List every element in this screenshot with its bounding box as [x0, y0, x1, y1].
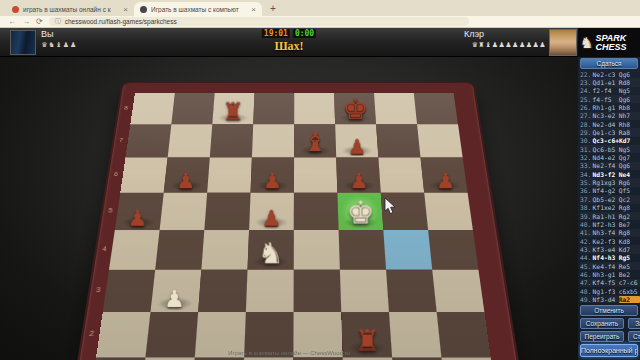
square-g6[interactable] — [378, 158, 424, 193]
white-move: Qe1-c3 — [593, 129, 619, 136]
black-move: Kd7 — [619, 246, 640, 253]
move-row-22[interactable]: 22.Ne2-c3Qg6 — [580, 70, 640, 78]
red-pawn-h6: ♟ — [424, 170, 467, 191]
load-button[interactable]: Загрузить — [628, 318, 640, 329]
address-bar: ← → ⟳ ⓘ chesswood.ru/flash-games/sparkch… — [0, 16, 640, 28]
white-move: Nc3-e2 — [593, 112, 619, 119]
move-number: 22. — [580, 71, 593, 78]
rank-label-8: 8 — [120, 105, 132, 110]
square-e5[interactable] — [294, 193, 339, 230]
black-move: Rg2 — [619, 213, 640, 220]
red-pawn-a5: ♟ — [115, 207, 160, 229]
move-number: 35. — [580, 179, 593, 186]
red-rook-c8: ♜ — [212, 99, 253, 123]
square-c7[interactable] — [210, 124, 253, 157]
move-number: 48. — [580, 288, 593, 295]
tab-1-favicon — [12, 6, 19, 13]
tab-strip: играть в шахматы онлайн с к × Играть в ш… — [0, 0, 640, 16]
square-f4[interactable] — [339, 230, 386, 270]
move-row-43[interactable]: 43.Kf3-e4Kd7 — [580, 245, 640, 253]
black-move: Rd8 — [619, 79, 640, 86]
square-h6[interactable]: ♟ — [421, 158, 468, 193]
black-move: c6xb5 — [619, 288, 640, 295]
square-e3[interactable] — [294, 270, 342, 312]
square-d6[interactable]: ♟ — [251, 158, 295, 193]
white-move: Ke2-f3 — [593, 238, 619, 245]
square-g4[interactable] — [383, 230, 432, 270]
black-move: Rb8 — [619, 104, 640, 111]
tab-2-close-icon[interactable]: × — [251, 5, 256, 14]
move-number: 28. — [580, 121, 593, 128]
move-number: 34. — [580, 171, 593, 178]
avatar-opponent — [549, 29, 577, 56]
square-e4[interactable] — [294, 230, 340, 270]
square-a4[interactable] — [109, 230, 160, 270]
square-c4[interactable] — [201, 230, 249, 270]
black-move: Kd7 — [619, 137, 640, 144]
back-icon[interactable]: ← — [8, 18, 16, 26]
move-row-30[interactable]: 30.Qc3-c6+Kd7 — [580, 137, 640, 145]
square-f5[interactable]: ♚ — [337, 193, 383, 230]
square-b7[interactable] — [168, 124, 213, 157]
white-move: Nh3-f4 — [593, 229, 619, 236]
right-column: ♞ SPARKCHESS Сдаться 22.Ne2-c3Qg623.Qd1-… — [578, 28, 640, 360]
move-row-26[interactable]: 26.Rh1-g1Rb8 — [580, 103, 640, 111]
move-row-31[interactable]: 31.Qc6-b5Ng5 — [580, 145, 640, 153]
move-row-39[interactable]: 39.Ra1-h1Rg2 — [580, 212, 640, 220]
resign-button[interactable]: Сдаться — [580, 58, 638, 69]
square-g8[interactable] — [374, 93, 417, 124]
avatar-you — [10, 30, 36, 55]
black-move: Ng5 — [619, 146, 640, 153]
move-number: 30. — [580, 137, 592, 144]
move-number: 31. — [580, 146, 593, 153]
move-row-42[interactable]: 42.Ke2-f3Kd8 — [580, 237, 640, 245]
footer-text: Играть в шахматы онлайн — ChessWood.ru — [0, 350, 578, 356]
tab-1-close-icon[interactable]: × — [123, 5, 128, 14]
square-h7[interactable] — [417, 124, 463, 157]
square-c8[interactable]: ♜ — [212, 93, 254, 124]
black-move: c7-c6 — [619, 279, 640, 286]
move-number: 43. — [580, 246, 593, 253]
black-move: Rh8 — [619, 121, 640, 128]
move-row-41[interactable]: 41.Nh3-f4Rg8 — [580, 229, 640, 237]
move-row-23[interactable]: 23.Qd1-e1Rd8 — [580, 78, 640, 86]
move-number: 45. — [580, 263, 593, 270]
rank-label-3: 3 — [91, 286, 105, 293]
red-pawn-f6: ♟ — [337, 170, 380, 191]
player-you-name: Вы — [41, 29, 53, 39]
white-move: Ng1-f3 — [593, 288, 619, 295]
logo-text: SPARKCHESS — [595, 34, 626, 52]
white-king-f5: ♚ — [338, 198, 383, 229]
move-number: 37. — [580, 196, 593, 203]
move-number: 26. — [580, 104, 593, 111]
captured-by-you: ♛♞♝♟♟ — [41, 41, 77, 49]
square-e7[interactable]: ♝ — [294, 124, 336, 157]
move-row-25[interactable]: 25.f4-f5Qg6 — [580, 95, 640, 103]
browser-window: играть в шахматы онлайн с к × Играть в ш… — [0, 0, 640, 360]
move-number: 25. — [580, 96, 593, 103]
red-pawn-b6: ♟ — [164, 170, 207, 191]
move-row-45[interactable]: 45.Ke4-f4Re5 — [580, 262, 640, 270]
square-d7[interactable] — [252, 124, 294, 157]
white-move: Nd3-f2 — [593, 171, 619, 178]
red-pawn-f7: ♟ — [336, 136, 378, 157]
url-field[interactable]: ⓘ chesswood.ru/flash-games/sparkchess — [49, 17, 469, 26]
white-move: f2-f4 — [593, 87, 619, 94]
game-clock: 19:01 0:00 — [262, 29, 316, 38]
move-number: 39. — [580, 213, 593, 220]
black-move: Ra2 — [619, 296, 640, 303]
move-row-37[interactable]: 37.Qb5-e2Qc2 — [580, 195, 640, 203]
white-move: Qb5-e2 — [593, 196, 619, 203]
white-move: Rh1-g1 — [593, 104, 619, 111]
square-f6[interactable]: ♟ — [336, 158, 381, 193]
move-number: 32. — [580, 154, 593, 161]
page-content: Вы ♛♞♝♟♟ Клэр ♛♜♝♟♟♟♟♟♟♟♟ 19:01 0:00 Шах… — [0, 28, 640, 360]
square-e6[interactable] — [294, 158, 337, 193]
board-3d-wrapper: ♜♚♝♟♟♟♟♟♟♟♚♞♟♜♜ 8a7b6c5d4e3f2g1h — [88, 52, 508, 360]
square-d4[interactable]: ♞ — [248, 230, 294, 270]
stats-button[interactable]: Статистика — [628, 331, 640, 342]
move-row-38[interactable]: 38.Kf1xe2Rg8 — [580, 204, 640, 212]
board-grid: ♜♚♝♟♟♟♟♟♟♟♚♞♟♜♜ — [89, 93, 498, 360]
move-number: 47. — [580, 279, 593, 286]
white-move: Rg1xg3 — [593, 179, 619, 186]
white-move: Ne2-f4 — [593, 162, 619, 169]
replay-button[interactable]: Переиграть — [580, 331, 624, 342]
new-tab-button[interactable]: + — [270, 3, 276, 14]
fullscreen-button[interactable]: Полноэкранный режим — [580, 344, 638, 357]
white-move: Kf1xe2 — [593, 204, 619, 211]
square-d5[interactable]: ♟ — [249, 193, 294, 230]
rank-label-4: 4 — [98, 245, 112, 251]
white-move: Qd1-e1 — [593, 79, 619, 86]
square-f3[interactable] — [340, 270, 389, 312]
move-row-34[interactable]: 34.Nd3-f2Ne4 — [580, 170, 640, 178]
sparkchess-logo: ♞ SPARKCHESS — [578, 28, 640, 57]
site-info-icon[interactable]: ⓘ — [55, 17, 61, 26]
move-row-47[interactable]: 47.Kf4-f5c7-c6 — [580, 279, 640, 287]
save-button[interactable]: Сохранить — [580, 318, 624, 329]
white-move: Nf3-d4 — [593, 296, 619, 303]
mouse-cursor — [384, 198, 396, 215]
move-number: 24. — [580, 87, 593, 94]
move-row-49[interactable]: 49.Nf3-d4Ra2 — [580, 295, 640, 303]
move-row-29[interactable]: 29.Qe1-c3Ra8 — [580, 128, 640, 136]
black-move: Ne4 — [619, 171, 640, 178]
game-area: Вы ♛♞♝♟♟ Клэр ♛♜♝♟♟♟♟♟♟♟♟ 19:01 0:00 Шах… — [0, 28, 578, 360]
tab-1-title: играть в шахматы онлайн с к — [23, 6, 119, 13]
move-number: 49. — [580, 296, 593, 303]
square-h3[interactable] — [432, 270, 484, 312]
tab-2[interactable]: Играть в шахматы с компьют × — [134, 2, 262, 16]
square-g3[interactable] — [386, 270, 437, 312]
black-move: Ra8 — [619, 129, 640, 136]
black-move: Rg8 — [619, 229, 640, 236]
replay-stats-row: Переиграть Статистика — [578, 329, 640, 342]
move-number: 27. — [580, 112, 593, 119]
rank-label-7: 7 — [115, 137, 127, 142]
forward-icon[interactable]: → — [22, 18, 30, 26]
square-d8[interactable] — [253, 93, 294, 124]
square-c5[interactable] — [204, 193, 250, 230]
square-c6[interactable] — [207, 158, 252, 193]
move-row-40[interactable]: 40.Nf2-h3Be7 — [580, 220, 640, 228]
black-move: Qg6 — [619, 162, 640, 169]
square-b5[interactable] — [160, 193, 208, 230]
white-move: f4-f5 — [593, 96, 619, 103]
black-move: Ng5 — [619, 87, 640, 94]
move-row-35[interactable]: 35.Rg1xg3Rg6 — [580, 178, 640, 186]
move-row-44[interactable]: 44.Nf4-h3Rg5 — [580, 254, 640, 262]
red-bishop-e7: ♝ — [294, 130, 336, 156]
move-number: 33. — [580, 162, 593, 169]
move-row-27[interactable]: 27.Nc3-e2Nh7 — [580, 112, 640, 120]
black-move: Rg8 — [619, 204, 640, 211]
move-number: 29. — [580, 129, 593, 136]
square-b3[interactable]: ♟ — [150, 270, 201, 312]
move-number: 46. — [580, 271, 593, 278]
black-move: Nh7 — [619, 112, 640, 119]
black-move: Qg7 — [619, 154, 640, 161]
square-a5[interactable]: ♟ — [115, 193, 164, 230]
move-row-32[interactable]: 32.Nd4-e2Qg7 — [580, 153, 640, 161]
square-e8[interactable] — [294, 93, 335, 124]
square-d3[interactable] — [246, 270, 294, 312]
white-move: Nh3-g1 — [593, 271, 619, 278]
red-pawn-d5: ♟ — [249, 207, 294, 229]
black-move: Rg6 — [619, 179, 640, 186]
move-row-36[interactable]: 36.Nf4-g2Qf5 — [580, 187, 640, 195]
knight-logo-icon: ♞ — [580, 34, 593, 52]
black-move: Qc2 — [619, 196, 640, 203]
red-pawn-d6: ♟ — [251, 170, 294, 191]
white-move: Ne2-d4 — [593, 121, 619, 128]
white-knight-d4: ♞ — [248, 239, 294, 268]
white-move: Nf4-g2 — [593, 187, 619, 194]
tab-2-title: Играть в шахматы с компьют — [151, 6, 247, 13]
square-h8[interactable] — [414, 93, 458, 124]
white-move: Ke4-f4 — [593, 263, 619, 270]
rank-label-6: 6 — [110, 171, 123, 177]
red-king-f8: ♚ — [335, 95, 376, 123]
black-move: Be7 — [619, 221, 640, 228]
square-a6[interactable] — [120, 158, 167, 193]
black-move: Rg5 — [619, 254, 640, 261]
square-a3[interactable] — [103, 270, 155, 312]
move-number: 36. — [580, 187, 593, 194]
black-move: Re5 — [619, 263, 640, 270]
move-number: 23. — [580, 79, 593, 86]
move-list: 22.Ne2-c3Qg623.Qd1-e1Rd824.f2-f4Ng525.f4… — [578, 69, 640, 303]
white-move: Ne2-c3 — [593, 71, 619, 78]
square-b8[interactable] — [171, 93, 214, 124]
move-number: 44. — [580, 254, 593, 261]
white-move: Qc3-c6+ — [592, 137, 619, 144]
captured-by-opponent: ♛♜♝♟♟♟♟♟♟♟♟ — [471, 41, 546, 49]
black-move: Kd8 — [619, 238, 640, 245]
white-pawn-b3: ♟ — [151, 287, 199, 310]
chess-board: ♜♚♝♟♟♟♟♟♟♟♚♞♟♜♜ 8a7b6c5d4e3f2g1h — [68, 83, 528, 360]
rank-label-2: 2 — [84, 330, 99, 337]
white-move: Ra1-h1 — [593, 213, 619, 220]
black-move: Qg6 — [619, 96, 640, 103]
reload-icon[interactable]: ⟳ — [36, 18, 43, 26]
square-h5[interactable] — [424, 193, 473, 230]
square-b4[interactable] — [155, 230, 204, 270]
white-move: Nf4-h3 — [593, 254, 619, 261]
move-number: 38. — [580, 204, 593, 211]
tab-2-favicon — [140, 6, 147, 13]
square-a8[interactable] — [130, 93, 174, 124]
square-a7[interactable] — [125, 124, 171, 157]
move-number: 41. — [580, 229, 593, 236]
white-move: Qc6-b5 — [593, 146, 619, 153]
move-panel: Сдаться 22.Ne2-c3Qg623.Qd1-e1Rd824.f2-f4… — [578, 57, 640, 360]
move-row-28[interactable]: 28.Ne2-d4Rh8 — [580, 120, 640, 128]
tab-1[interactable]: играть в шахматы онлайн с к × — [6, 2, 134, 16]
white-move: Kf4-f5 — [593, 279, 619, 286]
url-text: chesswood.ru/flash-games/sparkchess — [65, 18, 177, 25]
undo-button[interactable]: Отменить — [580, 305, 638, 316]
save-load-row: Сохранить Загрузить — [578, 316, 640, 329]
square-h4[interactable] — [428, 230, 478, 270]
square-f8[interactable]: ♚ — [334, 93, 376, 124]
clock-black: 0:00 — [293, 29, 316, 38]
square-c3[interactable] — [198, 270, 247, 312]
square-g7[interactable] — [376, 124, 420, 157]
move-row-24[interactable]: 24.f2-f4Ng5 — [580, 87, 640, 95]
move-row-33[interactable]: 33.Ne2-f4Qg6 — [580, 162, 640, 170]
clock-white: 19:01 — [262, 29, 290, 38]
move-number: 42. — [580, 238, 593, 245]
black-move: Be2 — [619, 271, 640, 278]
white-move: Nf2-h3 — [593, 221, 619, 228]
move-row-46[interactable]: 46.Nh3-g1Be2 — [580, 270, 640, 278]
move-number: 40. — [580, 221, 593, 228]
black-move: Qg6 — [619, 71, 640, 78]
move-row-48[interactable]: 48.Ng1-f3c6xb5 — [580, 287, 640, 295]
player-opponent-name: Клэр — [464, 29, 484, 39]
square-b6[interactable]: ♟ — [164, 158, 210, 193]
black-move: Qf5 — [619, 187, 640, 194]
white-move: Kf3-e4 — [593, 246, 619, 253]
square-f7[interactable]: ♟ — [335, 124, 378, 157]
white-move: Nd4-e2 — [593, 154, 619, 161]
